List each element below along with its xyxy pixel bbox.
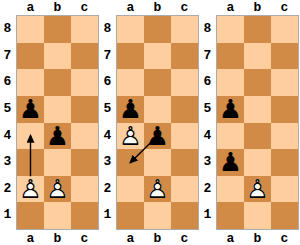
- square-a6: [117, 69, 144, 96]
- file-label-a: a: [117, 231, 144, 245]
- square-a8: [217, 16, 244, 43]
- rank-label-2: 2: [0, 176, 15, 203]
- square-b5: [44, 96, 71, 123]
- square-b3: [144, 149, 171, 176]
- rank-label-3: 3: [200, 149, 215, 176]
- square-b8: [144, 16, 171, 43]
- file-label-c: c: [71, 231, 98, 245]
- square-c6: [171, 69, 198, 96]
- file-label-a: a: [217, 231, 244, 245]
- square-b1: [144, 202, 171, 229]
- file-label-a: a: [217, 0, 244, 15]
- square-c3: [171, 149, 198, 176]
- rank-label-4: 4: [0, 123, 15, 150]
- black-pawn-glyph: ♟: [144, 123, 171, 150]
- chess-board-1: ♟♟♟♙♟♙: [16, 15, 99, 230]
- rank-label-6: 6: [0, 69, 15, 96]
- black-pawn-glyph: ♟: [44, 123, 71, 150]
- square-a5: ♟: [117, 96, 144, 123]
- square-a8: [17, 16, 44, 43]
- square-c7: [271, 43, 298, 70]
- file-labels-top: abc: [117, 0, 198, 14]
- file-label-c: c: [71, 0, 98, 15]
- chess-diagram-3: abcabc87654321♟♟♟♙: [200, 0, 300, 245]
- rank-label-1: 1: [200, 202, 215, 229]
- square-c2: [271, 176, 298, 203]
- square-c5: [271, 96, 298, 123]
- square-c8: [171, 16, 198, 43]
- file-label-b: b: [244, 231, 271, 245]
- square-a1: [117, 202, 144, 229]
- square-c4: [171, 123, 198, 150]
- white-pawn: ♟♙: [44, 176, 71, 203]
- chess-diagram-1: abcabc87654321♟♟♟♙♟♙: [0, 0, 100, 245]
- square-a8: [117, 16, 144, 43]
- rank-label-7: 7: [0, 43, 15, 70]
- square-b4: ♟: [44, 123, 71, 150]
- square-c7: [71, 43, 98, 70]
- square-a1: [17, 202, 44, 229]
- square-a4: [217, 123, 244, 150]
- chess-diagram-2: abcabc87654321♟♟♙♟♟♙: [100, 0, 200, 245]
- rank-label-3: 3: [100, 149, 115, 176]
- square-c8: [71, 16, 98, 43]
- square-b2: ♟♙: [144, 176, 171, 203]
- file-label-c: c: [271, 0, 298, 15]
- square-a2: ♟♙: [17, 176, 44, 203]
- rank-label-4: 4: [100, 123, 115, 150]
- black-pawn-glyph: ♟: [117, 96, 144, 123]
- white-pawn-outline-glyph: ♙: [144, 176, 171, 203]
- white-pawn-outline-glyph: ♙: [117, 123, 144, 150]
- square-c1: [71, 202, 98, 229]
- rank-labels: 87654321: [200, 16, 215, 229]
- black-pawn: ♟: [217, 96, 244, 123]
- square-b1: [244, 202, 271, 229]
- square-b4: ♟: [144, 123, 171, 150]
- square-b4: [244, 123, 271, 150]
- square-b5: [144, 96, 171, 123]
- square-c3: [271, 149, 298, 176]
- square-c4: [71, 123, 98, 150]
- file-labels-top: abc: [217, 0, 298, 14]
- square-c6: [271, 69, 298, 96]
- square-b8: [244, 16, 271, 43]
- file-label-b: b: [144, 231, 171, 245]
- square-a5: ♟: [17, 96, 44, 123]
- rank-label-8: 8: [0, 16, 15, 43]
- square-c5: [171, 96, 198, 123]
- square-b5: [244, 96, 271, 123]
- rank-label-7: 7: [200, 43, 215, 70]
- white-pawn-outline-glyph: ♙: [17, 176, 44, 203]
- rank-label-8: 8: [100, 16, 115, 43]
- square-c1: [271, 202, 298, 229]
- file-label-a: a: [17, 0, 44, 15]
- square-b3: [44, 149, 71, 176]
- square-a5: ♟: [217, 96, 244, 123]
- square-b2: ♟♙: [44, 176, 71, 203]
- square-c3: [71, 149, 98, 176]
- black-pawn: ♟: [17, 96, 44, 123]
- square-c4: [271, 123, 298, 150]
- square-b7: [244, 43, 271, 70]
- rank-label-1: 1: [0, 202, 15, 229]
- square-c8: [271, 16, 298, 43]
- file-label-b: b: [44, 0, 71, 15]
- rank-labels: 87654321: [0, 16, 15, 229]
- square-b6: [244, 69, 271, 96]
- chess-board-2: ♟♟♙♟♟♙: [116, 15, 199, 230]
- rank-label-6: 6: [200, 69, 215, 96]
- square-b2: ♟♙: [244, 176, 271, 203]
- black-pawn: ♟: [44, 123, 71, 150]
- square-a7: [217, 43, 244, 70]
- black-pawn: ♟: [217, 149, 244, 176]
- rank-label-3: 3: [0, 149, 15, 176]
- square-a1: [217, 202, 244, 229]
- rank-label-7: 7: [100, 43, 115, 70]
- white-pawn-outline-glyph: ♙: [244, 176, 271, 203]
- square-b8: [44, 16, 71, 43]
- rank-label-1: 1: [100, 202, 115, 229]
- square-a4: ♟♙: [117, 123, 144, 150]
- square-c5: [71, 96, 98, 123]
- rank-label-8: 8: [200, 16, 215, 43]
- rank-label-5: 5: [100, 96, 115, 123]
- square-a3: ♟: [217, 149, 244, 176]
- rank-label-5: 5: [0, 96, 15, 123]
- white-pawn: ♟♙: [17, 176, 44, 203]
- white-pawn-outline-glyph: ♙: [44, 176, 71, 203]
- black-pawn-glyph: ♟: [217, 96, 244, 123]
- rank-labels: 87654321: [100, 16, 115, 229]
- square-c6: [71, 69, 98, 96]
- en-passant-diagram: abcabc87654321♟♟♟♙♟♙ abcabc87654321♟♟♙♟♟…: [0, 0, 300, 245]
- square-b1: [44, 202, 71, 229]
- rank-label-2: 2: [100, 176, 115, 203]
- square-c2: [171, 176, 198, 203]
- white-pawn: ♟♙: [244, 176, 271, 203]
- square-a3: [117, 149, 144, 176]
- file-label-c: c: [171, 0, 198, 15]
- square-a7: [17, 43, 44, 70]
- square-c7: [171, 43, 198, 70]
- rank-label-6: 6: [100, 69, 115, 96]
- file-label-b: b: [44, 231, 71, 245]
- file-label-a: a: [117, 0, 144, 15]
- black-pawn: ♟: [144, 123, 171, 150]
- white-pawn: ♟♙: [144, 176, 171, 203]
- chess-board-3: ♟♟♟♙: [216, 15, 299, 230]
- file-label-b: b: [144, 0, 171, 15]
- square-b7: [44, 43, 71, 70]
- white-pawn: ♟♙: [117, 123, 144, 150]
- square-a6: [217, 69, 244, 96]
- square-b6: [144, 69, 171, 96]
- black-pawn-glyph: ♟: [217, 149, 244, 176]
- square-b6: [44, 69, 71, 96]
- file-label-b: b: [244, 0, 271, 15]
- file-labels-bottom: abc: [217, 231, 298, 245]
- rank-label-4: 4: [200, 123, 215, 150]
- file-labels-bottom: abc: [117, 231, 198, 245]
- square-a2: [117, 176, 144, 203]
- rank-label-2: 2: [200, 176, 215, 203]
- square-b7: [144, 43, 171, 70]
- square-a3: [17, 149, 44, 176]
- square-a7: [117, 43, 144, 70]
- square-a2: [217, 176, 244, 203]
- black-pawn: ♟: [117, 96, 144, 123]
- file-labels-top: abc: [17, 0, 98, 14]
- square-c1: [171, 202, 198, 229]
- square-a4: [17, 123, 44, 150]
- square-a6: [17, 69, 44, 96]
- file-label-c: c: [271, 231, 298, 245]
- black-pawn-glyph: ♟: [17, 96, 44, 123]
- rank-label-5: 5: [200, 96, 215, 123]
- file-labels-bottom: abc: [17, 231, 98, 245]
- file-label-a: a: [17, 231, 44, 245]
- square-b3: [244, 149, 271, 176]
- file-label-c: c: [171, 231, 198, 245]
- square-c2: [71, 176, 98, 203]
